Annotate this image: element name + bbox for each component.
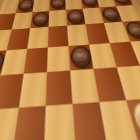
- square-d4[interactable]: [46, 70, 73, 104]
- dark-man-d8[interactable]: ⛂: [50, 0, 66, 10]
- square-d3[interactable]: [44, 103, 75, 140]
- dark-man-f8[interactable]: ⛂: [81, 0, 99, 7]
- square-d6[interactable]: [48, 26, 69, 47]
- square-c4[interactable]: [19, 72, 47, 107]
- square-c3[interactable]: [13, 105, 46, 140]
- checkers-photo-scene: ⛂⛂⛂⛂⛂⛂⛂⛂⛂⛂⛀⛀⛀⛀⛀⛀⛀: [0, 0, 140, 140]
- square-d7[interactable]: [49, 9, 67, 26]
- dark-man-e7[interactable]: ⛂: [67, 9, 85, 24]
- checkers-board: ⛂⛂⛂⛂⛂⛂⛂⛂⛂⛂⛀⛀⛀⛀⛀⛀⛀: [0, 0, 140, 140]
- square-c5[interactable]: [24, 47, 48, 74]
- square-c6[interactable]: [27, 27, 48, 48]
- square-c7[interactable]: ⛂: [30, 11, 49, 29]
- dark-man-c7[interactable]: ⛂: [31, 12, 49, 27]
- board-tilt-wrapper: ⛂⛂⛂⛂⛂⛂⛂⛂⛂⛂⛀⛀⛀⛀⛀⛀⛀: [0, 0, 140, 140]
- square-d5[interactable]: [47, 45, 70, 72]
- dark-man-b8[interactable]: ⛂: [17, 0, 34, 12]
